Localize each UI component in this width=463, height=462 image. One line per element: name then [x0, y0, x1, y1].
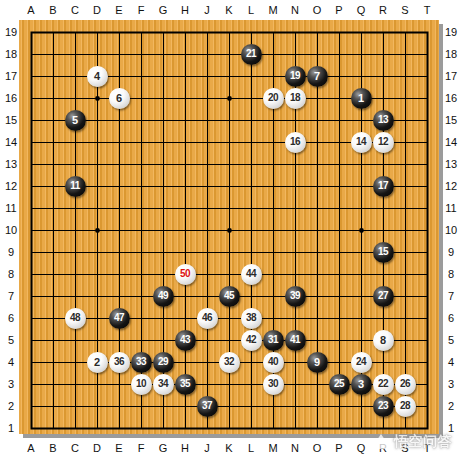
- col-label-bottom-P: P: [335, 443, 342, 454]
- intersection-G8: [152, 263, 174, 285]
- move-number: 38: [246, 313, 256, 323]
- intersection-J17: [196, 65, 218, 87]
- move-number: 19: [290, 71, 300, 81]
- intersection-K8: [218, 263, 240, 285]
- intersection-P16: [328, 87, 350, 109]
- intersection-N6: [284, 307, 306, 329]
- intersection-K13: [218, 153, 240, 175]
- intersection-T18: [416, 43, 438, 65]
- intersection-K2: [218, 395, 240, 417]
- stone-white-22-r3: 22: [373, 374, 394, 395]
- intersection-N18: [284, 43, 306, 65]
- intersection-C17: [64, 65, 86, 87]
- stone-black-19-n17: 19: [285, 66, 306, 87]
- intersection-N5: 41: [284, 329, 306, 351]
- intersection-R13: [372, 153, 394, 175]
- row-label-left-14: 14: [5, 137, 17, 148]
- intersection-A12: [20, 175, 42, 197]
- stone-black-15-r9: 15: [373, 242, 394, 263]
- move-number: 43: [180, 335, 190, 345]
- intersection-R16: [372, 87, 394, 109]
- row-label-right-16: 16: [445, 93, 457, 104]
- intersection-T19: [416, 21, 438, 43]
- row-label-right-3: 3: [448, 379, 454, 390]
- intersection-B10: [42, 219, 64, 241]
- intersection-T6: [416, 307, 438, 329]
- intersection-L16: [240, 87, 262, 109]
- move-number: 6: [116, 93, 122, 104]
- stone-black-21-l18: 21: [241, 44, 262, 65]
- stone-white-36-e4: 36: [109, 352, 130, 373]
- intersection-N11: [284, 197, 306, 219]
- intersection-P3: 25: [328, 373, 350, 395]
- col-label-top-J: J: [204, 5, 210, 16]
- stone-black-11-c12: 11: [65, 176, 86, 197]
- stone-black-7-o17: 7: [307, 66, 328, 87]
- intersection-O5: [306, 329, 328, 351]
- intersection-M18: [262, 43, 284, 65]
- intersection-C5: [64, 329, 86, 351]
- intersection-C12: 11: [64, 175, 86, 197]
- col-label-top-P: P: [335, 5, 342, 16]
- intersection-C16: [64, 87, 86, 109]
- col-label-top-L: L: [248, 5, 254, 16]
- move-number: 12: [378, 137, 388, 147]
- intersection-S16: [394, 87, 416, 109]
- intersection-D1: [86, 417, 108, 439]
- intersection-D12: [86, 175, 108, 197]
- intersection-O15: [306, 109, 328, 131]
- intersection-D6: [86, 307, 108, 329]
- row-label-right-6: 6: [448, 313, 454, 324]
- intersection-J19: [196, 21, 218, 43]
- intersection-C6: 48: [64, 307, 86, 329]
- intersection-L14: [240, 131, 262, 153]
- intersection-O2: [306, 395, 328, 417]
- intersection-H7: [174, 285, 196, 307]
- stone-white-10-f3: 10: [131, 374, 152, 395]
- intersection-S17: [394, 65, 416, 87]
- move-number: 26: [400, 379, 410, 389]
- col-label-top-G: G: [159, 5, 168, 16]
- intersection-N16: 18: [284, 87, 306, 109]
- intersection-E18: [108, 43, 130, 65]
- move-number: 21: [246, 49, 256, 59]
- stone-white-14-q14: 14: [351, 132, 372, 153]
- intersection-R8: [372, 263, 394, 285]
- intersection-F8: [130, 263, 152, 285]
- move-number: 27: [378, 291, 388, 301]
- intersection-D13: [86, 153, 108, 175]
- intersection-H17: [174, 65, 196, 87]
- intersection-A6: [20, 307, 42, 329]
- intersection-S14: [394, 131, 416, 153]
- col-label-bottom-Q: Q: [357, 443, 366, 454]
- move-number: 11: [70, 181, 80, 191]
- intersection-G15: [152, 109, 174, 131]
- intersection-H4: [174, 351, 196, 373]
- intersection-J6: 46: [196, 307, 218, 329]
- intersection-M16: 20: [262, 87, 284, 109]
- move-number: 42: [246, 335, 256, 345]
- row-label-right-17: 17: [445, 71, 457, 82]
- intersection-Q18: [350, 43, 372, 65]
- move-number: 8: [380, 335, 386, 346]
- intersection-K19: [218, 21, 240, 43]
- intersection-B16: [42, 87, 64, 109]
- intersection-J9: [196, 241, 218, 263]
- intersection-L9: [240, 241, 262, 263]
- intersection-J11: [196, 197, 218, 219]
- intersection-C13: [64, 153, 86, 175]
- col-label-top-S: S: [401, 5, 408, 16]
- intersection-R12: 17: [372, 175, 394, 197]
- stone-white-32-k4: 32: [219, 352, 240, 373]
- intersection-L18: 21: [240, 43, 262, 65]
- intersection-G9: [152, 241, 174, 263]
- intersection-P19: [328, 21, 350, 43]
- intersection-E9: [108, 241, 130, 263]
- intersection-K3: [218, 373, 240, 395]
- row-label-right-9: 9: [448, 247, 454, 258]
- row-label-right-10: 10: [445, 225, 457, 236]
- intersection-B13: [42, 153, 64, 175]
- move-number: 20: [268, 93, 278, 103]
- stone-black-49-g7: 49: [153, 286, 174, 307]
- move-number: 46: [202, 313, 212, 323]
- intersection-E2: [108, 395, 130, 417]
- intersection-P12: [328, 175, 350, 197]
- intersection-R7: 27: [372, 285, 394, 307]
- col-label-top-C: C: [71, 5, 79, 16]
- intersection-J4: [196, 351, 218, 373]
- intersection-B11: [42, 197, 64, 219]
- intersection-L8: 44: [240, 263, 262, 285]
- col-label-top-F: F: [138, 5, 145, 16]
- intersection-D14: [86, 131, 108, 153]
- intersection-E11: [108, 197, 130, 219]
- intersection-K4: 32: [218, 351, 240, 373]
- intersection-O6: [306, 307, 328, 329]
- intersection-C1: [64, 417, 86, 439]
- intersection-O14: [306, 131, 328, 153]
- intersection-F19: [130, 21, 152, 43]
- intersection-G10: [152, 219, 174, 241]
- intersection-C18: [64, 43, 86, 65]
- stone-black-23-r2: 23: [373, 396, 394, 417]
- intersection-L15: [240, 109, 262, 131]
- intersection-N12: [284, 175, 306, 197]
- intersection-H11: [174, 197, 196, 219]
- intersection-O13: [306, 153, 328, 175]
- intersection-F4: 33: [130, 351, 152, 373]
- col-label-top-K: K: [225, 5, 232, 16]
- intersection-B3: [42, 373, 64, 395]
- row-label-right-19: 19: [445, 27, 457, 38]
- intersection-J3: [196, 373, 218, 395]
- stone-black-41-n5: 41: [285, 330, 306, 351]
- intersection-C15: 5: [64, 109, 86, 131]
- intersection-N13: [284, 153, 306, 175]
- intersection-G11: [152, 197, 174, 219]
- stone-black-33-f4: 33: [131, 352, 152, 373]
- col-label-bottom-D: D: [93, 443, 101, 454]
- intersection-P2: [328, 395, 350, 417]
- intersection-T12: [416, 175, 438, 197]
- intersection-A15: [20, 109, 42, 131]
- intersection-L4: [240, 351, 262, 373]
- intersection-D3: [86, 373, 108, 395]
- intersection-R3: 22: [372, 373, 394, 395]
- intersection-F3: 10: [130, 373, 152, 395]
- intersection-J1: [196, 417, 218, 439]
- col-label-bottom-H: H: [181, 443, 189, 454]
- intersection-H13: [174, 153, 196, 175]
- intersection-K10: [218, 219, 240, 241]
- intersection-P10: [328, 219, 350, 241]
- intersection-F2: [130, 395, 152, 417]
- stone-black-13-r15: 13: [373, 110, 394, 131]
- move-number: 23: [378, 401, 388, 411]
- intersection-H3: 35: [174, 373, 196, 395]
- move-number: 4: [94, 71, 100, 82]
- intersection-R11: [372, 197, 394, 219]
- intersection-F7: [130, 285, 152, 307]
- row-label-left-11: 11: [5, 203, 16, 214]
- intersection-M4: 40: [262, 351, 284, 373]
- intersection-M2: [262, 395, 284, 417]
- intersection-H15: [174, 109, 196, 131]
- intersection-F9: [130, 241, 152, 263]
- row-label-left-3: 3: [8, 379, 14, 390]
- intersection-K7: 45: [218, 285, 240, 307]
- intersection-E1: [108, 417, 130, 439]
- row-label-left-17: 17: [5, 71, 17, 82]
- intersection-E3: [108, 373, 130, 395]
- stone-black-1-q16: 1: [351, 88, 372, 109]
- intersection-Q15: [350, 109, 372, 131]
- intersection-L19: [240, 21, 262, 43]
- intersection-B5: [42, 329, 64, 351]
- intersection-A18: [20, 43, 42, 65]
- intersection-C4: [64, 351, 86, 373]
- intersection-A19: [20, 21, 42, 43]
- stone-white-46-j6: 46: [197, 308, 218, 329]
- col-label-top-N: N: [291, 5, 299, 16]
- intersection-H1: [174, 417, 196, 439]
- intersection-M12: [262, 175, 284, 197]
- intersection-F11: [130, 197, 152, 219]
- intersection-M17: [262, 65, 284, 87]
- intersection-T4: [416, 351, 438, 373]
- intersection-B12: [42, 175, 64, 197]
- col-label-top-H: H: [181, 5, 189, 16]
- intersection-H5: 43: [174, 329, 196, 351]
- intersection-G1: [152, 417, 174, 439]
- intersection-P15: [328, 109, 350, 131]
- stone-white-2-d4: 2: [87, 352, 108, 373]
- intersection-G6: [152, 307, 174, 329]
- intersection-S6: [394, 307, 416, 329]
- intersection-Q9: [350, 241, 372, 263]
- col-label-top-M: M: [268, 5, 277, 16]
- intersection-Q5: [350, 329, 372, 351]
- move-number: 1: [358, 93, 364, 104]
- intersection-A4: [20, 351, 42, 373]
- intersection-P1: [328, 417, 350, 439]
- col-label-bottom-S: S: [401, 443, 408, 454]
- intersection-J18: [196, 43, 218, 65]
- col-label-bottom-A: A: [27, 443, 34, 454]
- intersection-L3: [240, 373, 262, 395]
- intersection-D11: [86, 197, 108, 219]
- move-number: 33: [136, 357, 146, 367]
- intersection-Q17: [350, 65, 372, 87]
- move-number: 16: [290, 137, 300, 147]
- intersection-H8: 50: [174, 263, 196, 285]
- intersection-E17: [108, 65, 130, 87]
- intersection-A11: [20, 197, 42, 219]
- row-label-left-1: 1: [8, 423, 14, 434]
- move-number: 24: [356, 357, 366, 367]
- col-label-top-R: R: [379, 5, 387, 16]
- intersection-J13: [196, 153, 218, 175]
- stone-black-9-o4: 9: [307, 352, 328, 373]
- intersection-Q19: [350, 21, 372, 43]
- intersection-T2: [416, 395, 438, 417]
- stone-white-20-m16: 20: [263, 88, 284, 109]
- intersection-E5: [108, 329, 130, 351]
- col-label-bottom-C: C: [71, 443, 79, 454]
- stone-white-24-q4: 24: [351, 352, 372, 373]
- intersection-H19: [174, 21, 196, 43]
- intersection-J12: [196, 175, 218, 197]
- intersection-D18: [86, 43, 108, 65]
- move-number: 40: [268, 357, 278, 367]
- intersection-G4: 29: [152, 351, 174, 373]
- intersection-R10: [372, 219, 394, 241]
- intersection-M11: [262, 197, 284, 219]
- row-label-left-16: 16: [5, 93, 17, 104]
- intersection-R9: 15: [372, 241, 394, 263]
- intersection-Q10: [350, 219, 372, 241]
- intersection-F14: [130, 131, 152, 153]
- intersection-A16: [20, 87, 42, 109]
- stone-black-45-k7: 45: [219, 286, 240, 307]
- intersection-G18: [152, 43, 174, 65]
- move-number: 30: [268, 379, 278, 389]
- intersection-N2: [284, 395, 306, 417]
- intersection-L10: [240, 219, 262, 241]
- intersection-F12: [130, 175, 152, 197]
- intersection-L12: [240, 175, 262, 197]
- intersection-K12: [218, 175, 240, 197]
- move-number: 31: [268, 335, 278, 345]
- intersection-S8: [394, 263, 416, 285]
- intersection-E15: [108, 109, 130, 131]
- intersection-D10: [86, 219, 108, 241]
- intersection-C19: [64, 21, 86, 43]
- stone-white-26-s3: 26: [395, 374, 416, 395]
- intersection-A14: [20, 131, 42, 153]
- intersection-P17: [328, 65, 350, 87]
- intersection-H12: [174, 175, 196, 197]
- intersection-B8: [42, 263, 64, 285]
- intersection-B1: [42, 417, 64, 439]
- intersection-S2: 28: [394, 395, 416, 417]
- row-label-left-4: 4: [8, 357, 14, 368]
- stone-white-16-n14: 16: [285, 132, 306, 153]
- intersection-M5: 31: [262, 329, 284, 351]
- intersection-M6: [262, 307, 284, 329]
- col-label-bottom-O: O: [313, 443, 322, 454]
- intersection-M7: [262, 285, 284, 307]
- move-number: 41: [290, 335, 300, 345]
- intersection-B6: [42, 307, 64, 329]
- intersection-S12: [394, 175, 416, 197]
- intersection-O18: [306, 43, 328, 65]
- intersection-L2: [240, 395, 262, 417]
- intersection-D9: [86, 241, 108, 263]
- row-label-left-18: 18: [5, 49, 17, 60]
- intersection-B19: [42, 21, 64, 43]
- intersection-Q14: 14: [350, 131, 372, 153]
- intersection-E7: [108, 285, 130, 307]
- stone-black-27-r7: 27: [373, 286, 394, 307]
- col-label-bottom-B: B: [49, 443, 56, 454]
- intersection-P13: [328, 153, 350, 175]
- intersection-M3: 30: [262, 373, 284, 395]
- move-number: 25: [334, 379, 344, 389]
- row-label-left-12: 12: [5, 181, 17, 192]
- stone-white-12-r14: 12: [373, 132, 394, 153]
- col-label-bottom-K: K: [225, 443, 232, 454]
- move-number: 7: [314, 71, 320, 82]
- intersection-F10: [130, 219, 152, 241]
- move-number: 13: [378, 115, 388, 125]
- row-label-right-8: 8: [448, 269, 454, 280]
- move-number: 32: [224, 357, 234, 367]
- intersection-T10: [416, 219, 438, 241]
- intersection-Q3: 3: [350, 373, 372, 395]
- intersection-H2: [174, 395, 196, 417]
- intersection-D5: [86, 329, 108, 351]
- intersection-T9: [416, 241, 438, 263]
- intersection-R14: 12: [372, 131, 394, 153]
- intersection-Q12: [350, 175, 372, 197]
- intersection-K6: [218, 307, 240, 329]
- intersection-E12: [108, 175, 130, 197]
- intersection-Q13: [350, 153, 372, 175]
- intersection-Q7: [350, 285, 372, 307]
- intersection-A10: [20, 219, 42, 241]
- intersection-C10: [64, 219, 86, 241]
- stone-black-5-c15: 5: [65, 110, 86, 131]
- intersection-T5: [416, 329, 438, 351]
- intersection-O10: [306, 219, 328, 241]
- row-label-right-11: 11: [445, 203, 456, 214]
- col-label-bottom-T: T: [424, 443, 431, 454]
- intersection-O16: [306, 87, 328, 109]
- intersection-S13: [394, 153, 416, 175]
- row-label-left-8: 8: [8, 269, 14, 280]
- intersection-P5: [328, 329, 350, 351]
- intersection-K11: [218, 197, 240, 219]
- intersection-L17: [240, 65, 262, 87]
- intersection-P7: [328, 285, 350, 307]
- move-number: 39: [290, 291, 300, 301]
- intersection-M9: [262, 241, 284, 263]
